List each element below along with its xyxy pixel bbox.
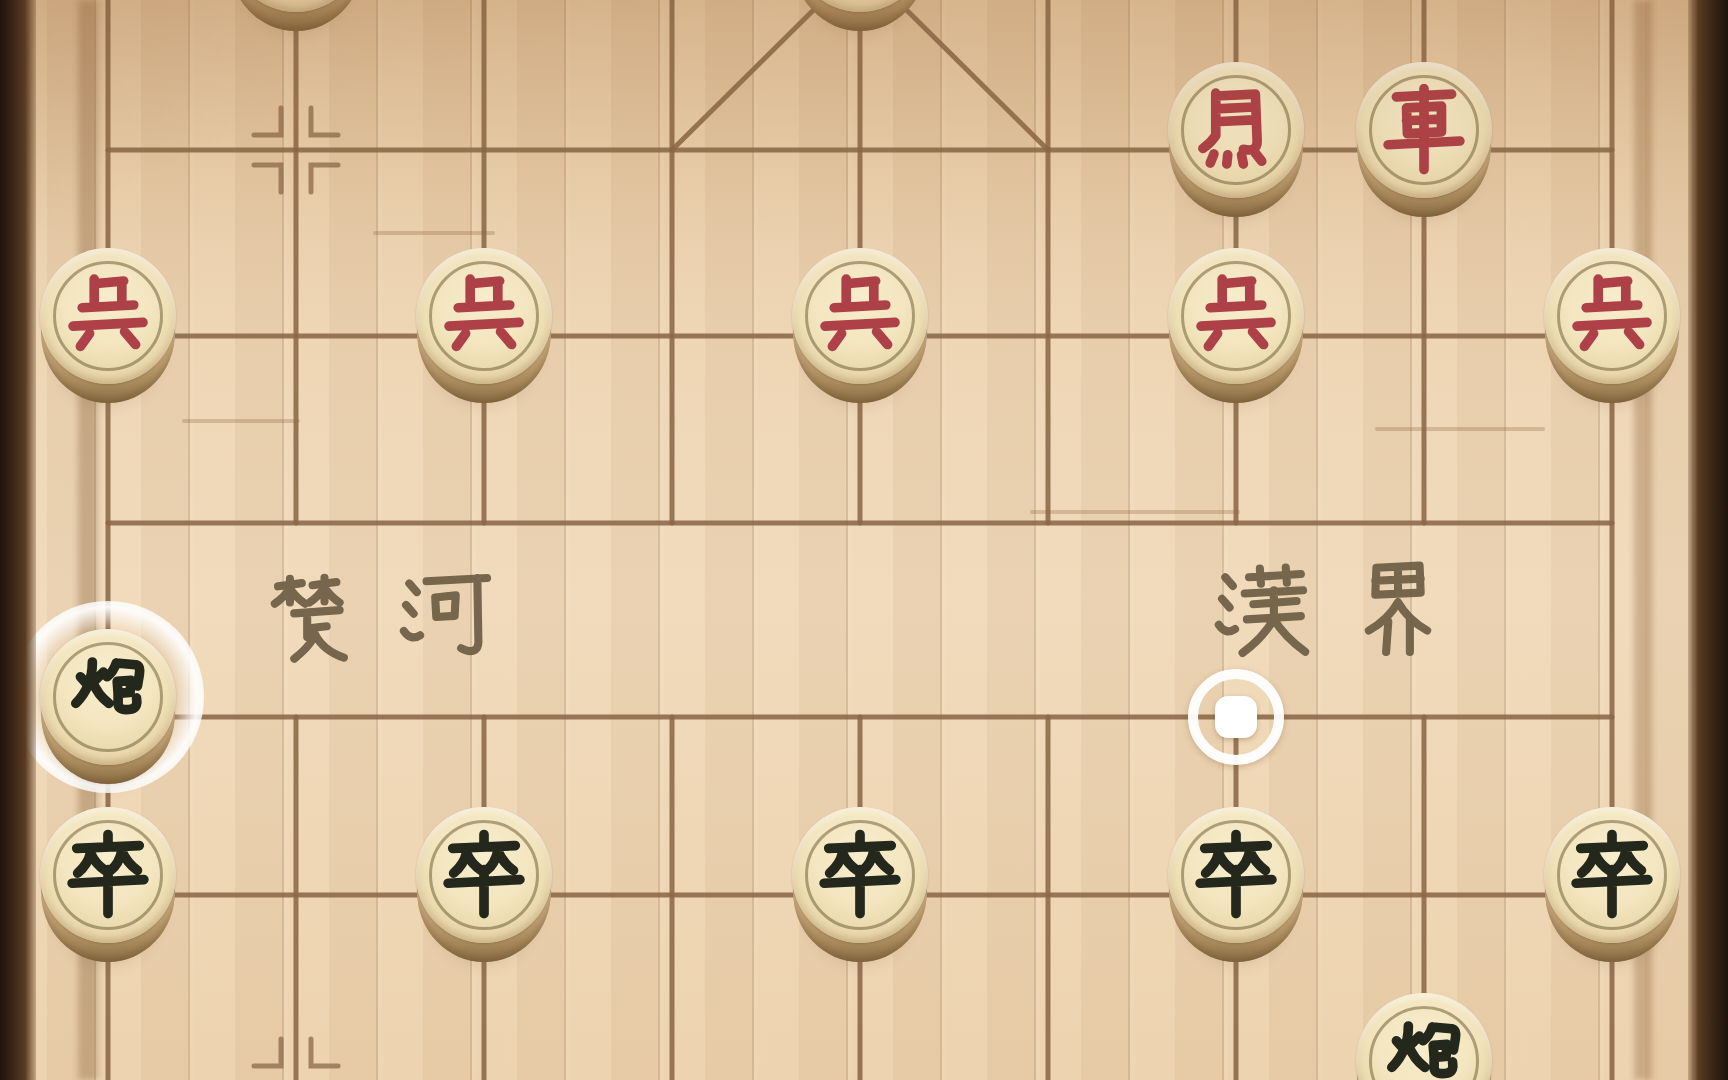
last-move-origin-marker xyxy=(1188,669,1284,765)
piece-glyph-pawn xyxy=(1566,829,1658,921)
piece-glyph-cannon xyxy=(1378,1015,1470,1080)
piece-black-pawn[interactable] xyxy=(414,805,554,945)
piece-red-pawn[interactable] xyxy=(1542,246,1682,386)
piece-red-pawn[interactable] xyxy=(414,246,554,386)
piece-glyph-pawn xyxy=(1190,829,1282,921)
piece-glyph-pawn xyxy=(438,829,530,921)
piece-glyph-pawn xyxy=(1566,270,1658,362)
piece-red-unknown-partial[interactable] xyxy=(790,0,930,14)
piece-glyph-pawn xyxy=(62,270,154,362)
piece-black-cannon-selected[interactable] xyxy=(38,627,178,767)
river-label-char xyxy=(264,568,372,676)
piece-black-pawn[interactable] xyxy=(1542,805,1682,945)
piece-black-pawn[interactable] xyxy=(790,805,930,945)
piece-glyph-cannon xyxy=(62,651,154,743)
piece-black-pawn[interactable] xyxy=(38,805,178,945)
piece-glyph-horse xyxy=(1190,84,1282,176)
xiangqi-game-screen: 楚河 漢界 xyxy=(0,0,1728,1080)
river-label-char xyxy=(1344,557,1452,665)
board-frame-right xyxy=(1688,0,1728,1080)
piece-red-unknown-partial[interactable] xyxy=(226,0,366,14)
piece-glyph-pawn xyxy=(814,829,906,921)
piece-red-horse[interactable] xyxy=(1166,60,1306,200)
piece-red-pawn[interactable] xyxy=(790,246,930,386)
river-label-char xyxy=(392,564,500,672)
piece-glyph-chariot xyxy=(1378,84,1470,176)
piece-glyph-pawn xyxy=(1190,270,1282,362)
piece-glyph-pawn xyxy=(814,270,906,362)
piece-glyph-pawn xyxy=(438,270,530,362)
piece-red-pawn[interactable] xyxy=(1166,246,1306,386)
piece-glyph-pawn xyxy=(62,829,154,921)
marker-core xyxy=(1215,696,1257,738)
board-frame-left xyxy=(0,0,36,1080)
piece-black-pawn[interactable] xyxy=(1166,805,1306,945)
river-label-char xyxy=(1208,560,1316,668)
piece-red-chariot[interactable] xyxy=(1354,60,1494,200)
piece-black-cannon[interactable] xyxy=(1354,991,1494,1080)
piece-red-pawn[interactable] xyxy=(38,246,178,386)
